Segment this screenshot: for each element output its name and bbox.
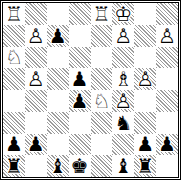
square-b2[interactable]: ♟♟ [25, 134, 47, 156]
chess-board: ♜♖♜♖♚♔♟♙♟♟♟♙♟♙♞♘♟♙♟♟♝♗♟♙♟♟♞♘♟♙♞♞♟♟♟♟♟♟♟♟… [2, 2, 179, 178]
square-f6[interactable] [112, 47, 134, 69]
piece-glyph: ♖ [91, 3, 113, 25]
square-c2[interactable] [47, 134, 69, 156]
piece-glyph: ♝ [47, 155, 69, 177]
square-d2[interactable] [69, 134, 91, 156]
square-f8[interactable]: ♚♔ [112, 3, 134, 25]
white-pawn-icon: ♟♙ [156, 25, 178, 47]
piece-glyph: ♗ [112, 68, 134, 90]
square-d6[interactable] [69, 47, 91, 69]
square-b4[interactable] [25, 90, 47, 112]
black-knight-icon: ♞♞ [112, 112, 134, 134]
square-e1[interactable] [91, 155, 113, 177]
square-a7[interactable] [3, 25, 25, 47]
square-h3[interactable] [156, 112, 178, 134]
square-f2[interactable] [112, 134, 134, 156]
square-e4[interactable]: ♞♘ [91, 90, 113, 112]
square-e3[interactable] [91, 112, 113, 134]
square-b3[interactable] [25, 112, 47, 134]
square-e5[interactable] [91, 68, 113, 90]
white-knight-icon: ♞♘ [3, 47, 25, 69]
piece-glyph: ♞ [112, 112, 134, 134]
square-h6[interactable] [156, 47, 178, 69]
white-pawn-icon: ♟♙ [25, 25, 47, 47]
piece-glyph: ♔ [112, 3, 134, 25]
square-h5[interactable] [156, 68, 178, 90]
black-pawn-icon: ♟♟ [156, 134, 178, 156]
square-a5[interactable] [3, 68, 25, 90]
piece-glyph: ♙ [25, 68, 47, 90]
square-g4[interactable] [134, 90, 156, 112]
piece-glyph: ♟ [156, 134, 178, 156]
square-e8[interactable]: ♜♖ [91, 3, 113, 25]
white-bishop-icon: ♝♗ [112, 68, 134, 90]
square-f4[interactable]: ♟♙ [112, 90, 134, 112]
white-rook-icon: ♜♖ [3, 3, 25, 25]
piece-glyph: ♘ [91, 90, 113, 112]
square-d1[interactable]: ♚♚ [69, 155, 91, 177]
board-frame: ♜♖♜♖♚♔♟♙♟♟♟♙♟♙♞♘♟♙♟♟♝♗♟♙♟♟♞♘♟♙♞♞♟♟♟♟♟♟♟♟… [0, 0, 181, 180]
square-h8[interactable] [156, 3, 178, 25]
white-pawn-icon: ♟♙ [25, 68, 47, 90]
square-g7[interactable] [134, 25, 156, 47]
square-b7[interactable]: ♟♙ [25, 25, 47, 47]
square-g2[interactable]: ♟♟ [134, 134, 156, 156]
square-f3[interactable]: ♞♞ [112, 112, 134, 134]
piece-glyph: ♟ [25, 134, 47, 156]
piece-glyph: ♟ [69, 68, 91, 90]
piece-glyph: ♘ [3, 47, 25, 69]
square-e6[interactable] [91, 47, 113, 69]
black-pawn-icon: ♟♟ [69, 90, 91, 112]
square-a8[interactable]: ♜♖ [3, 3, 25, 25]
square-b6[interactable] [25, 47, 47, 69]
square-e7[interactable] [91, 25, 113, 47]
square-a2[interactable]: ♟♟ [3, 134, 25, 156]
black-bishop-icon: ♝♝ [112, 155, 134, 177]
square-f1[interactable]: ♝♝ [112, 155, 134, 177]
white-pawn-icon: ♟♙ [134, 68, 156, 90]
piece-glyph: ♝ [112, 155, 134, 177]
square-g8[interactable] [134, 3, 156, 25]
black-rook-icon: ♜♜ [3, 155, 25, 177]
piece-glyph: ♙ [112, 90, 134, 112]
black-pawn-icon: ♟♟ [3, 134, 25, 156]
square-g1[interactable]: ♜♜ [134, 155, 156, 177]
square-c1[interactable]: ♝♝ [47, 155, 69, 177]
white-rook-icon: ♜♖ [91, 3, 113, 25]
piece-glyph: ♜ [134, 155, 156, 177]
square-h4[interactable] [156, 90, 178, 112]
square-e2[interactable] [91, 134, 113, 156]
square-f7[interactable]: ♟♙ [112, 25, 134, 47]
piece-glyph: ♖ [3, 3, 25, 25]
square-g6[interactable] [134, 47, 156, 69]
piece-glyph: ♟ [47, 25, 69, 47]
square-d8[interactable] [69, 3, 91, 25]
square-c4[interactable] [47, 90, 69, 112]
square-d5[interactable]: ♟♟ [69, 68, 91, 90]
square-d3[interactable] [69, 112, 91, 134]
piece-glyph: ♟ [3, 134, 25, 156]
square-d4[interactable]: ♟♟ [69, 90, 91, 112]
piece-glyph: ♟ [134, 134, 156, 156]
white-pawn-icon: ♟♙ [112, 25, 134, 47]
square-b8[interactable] [25, 3, 47, 25]
square-g3[interactable] [134, 112, 156, 134]
square-c3[interactable] [47, 112, 69, 134]
piece-glyph: ♙ [134, 68, 156, 90]
square-a4[interactable] [3, 90, 25, 112]
piece-glyph: ♚ [69, 155, 91, 177]
black-pawn-icon: ♟♟ [134, 134, 156, 156]
piece-glyph: ♙ [156, 25, 178, 47]
square-h7[interactable]: ♟♙ [156, 25, 178, 47]
piece-glyph: ♜ [3, 155, 25, 177]
square-c7[interactable]: ♟♟ [47, 25, 69, 47]
piece-glyph: ♟ [69, 90, 91, 112]
square-h1[interactable] [156, 155, 178, 177]
square-h2[interactable]: ♟♟ [156, 134, 178, 156]
black-king-icon: ♚♚ [69, 155, 91, 177]
white-king-icon: ♚♔ [112, 3, 134, 25]
square-b1[interactable] [25, 155, 47, 177]
square-a1[interactable]: ♜♜ [3, 155, 25, 177]
black-rook-icon: ♜♜ [134, 155, 156, 177]
piece-glyph: ♙ [25, 25, 47, 47]
square-a6[interactable]: ♞♘ [3, 47, 25, 69]
square-g5[interactable]: ♟♙ [134, 68, 156, 90]
black-pawn-icon: ♟♟ [47, 25, 69, 47]
white-knight-icon: ♞♘ [91, 90, 113, 112]
black-bishop-icon: ♝♝ [47, 155, 69, 177]
square-a3[interactable] [3, 112, 25, 134]
black-pawn-icon: ♟♟ [69, 68, 91, 90]
square-f5[interactable]: ♝♗ [112, 68, 134, 90]
square-d7[interactable] [69, 25, 91, 47]
square-b5[interactable]: ♟♙ [25, 68, 47, 90]
white-pawn-icon: ♟♙ [112, 90, 134, 112]
square-c6[interactable] [47, 47, 69, 69]
black-pawn-icon: ♟♟ [25, 134, 47, 156]
square-c5[interactable] [47, 68, 69, 90]
square-c8[interactable] [47, 3, 69, 25]
piece-glyph: ♙ [112, 25, 134, 47]
